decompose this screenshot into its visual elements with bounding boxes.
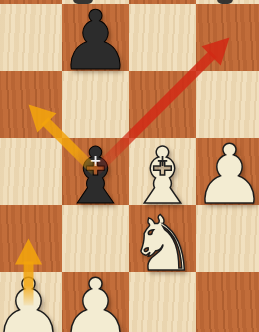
piece-white-knight-c3[interactable]: ♞ <box>129 205 196 272</box>
piece-white-bishop-c4[interactable]: ♝+ <box>129 138 196 205</box>
black-bishop-glyph: ♝ <box>61 137 131 215</box>
piece-black-bishop-b4[interactable]: ♝+ <box>62 138 129 205</box>
black-pawn-glyph: ♟ <box>59 0 133 82</box>
white-pawn-glyph: ♟ <box>59 268 133 332</box>
square-a5[interactable] <box>0 71 62 138</box>
square-d6[interactable] <box>196 4 259 71</box>
cropped-piece-base-d7 <box>217 0 233 4</box>
piece-white-pawn-a2[interactable]: ♟ <box>0 272 62 332</box>
white-knight-glyph: ♞ <box>128 206 196 282</box>
piece-black-pawn-b6[interactable]: ♟ <box>62 4 129 71</box>
square-c5[interactable] <box>129 71 196 138</box>
square-d2[interactable] <box>196 272 259 332</box>
chess-board-crop: ♟♝+♝+♟♞♟♟ <box>0 0 259 332</box>
square-c6[interactable] <box>129 4 196 71</box>
square-a6[interactable] <box>0 4 62 71</box>
white-pawn-glyph: ♟ <box>193 134 259 216</box>
piece-white-pawn-b2[interactable]: ♟ <box>62 272 129 332</box>
piece-white-pawn-d4[interactable]: ♟ <box>196 138 259 205</box>
square-a4[interactable] <box>0 138 62 205</box>
bishop-cross-icon: + <box>129 154 196 169</box>
white-pawn-glyph: ♟ <box>0 268 65 332</box>
bishop-cross-icon: + <box>62 154 129 169</box>
board-plane: ♟♝+♝+♟♞♟♟ <box>0 0 259 332</box>
